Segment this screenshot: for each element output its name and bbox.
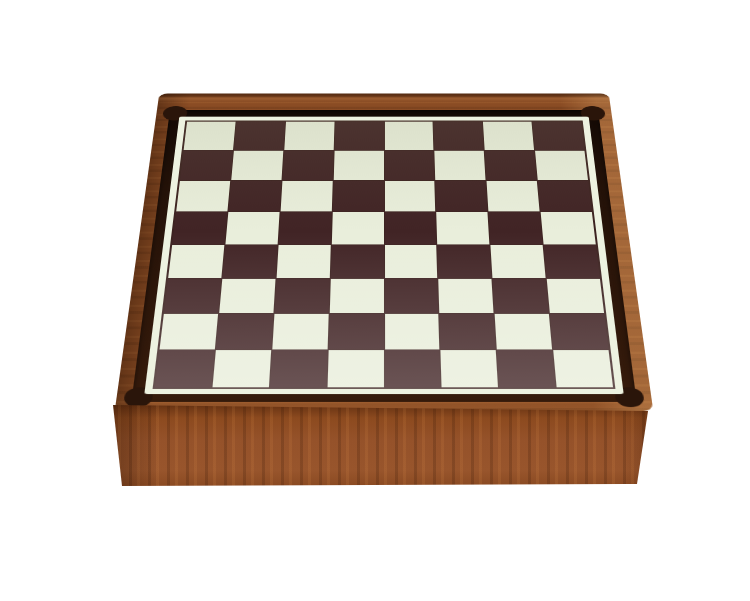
square-d2 [328, 314, 383, 350]
square-f1 [441, 350, 498, 387]
square-d1 [327, 350, 383, 387]
square-h3 [547, 279, 604, 313]
square-f8 [434, 122, 484, 151]
square-g1 [497, 350, 556, 387]
square-f3 [439, 279, 494, 313]
square-g4 [491, 245, 546, 278]
square-c2 [272, 314, 328, 350]
square-f5 [437, 212, 490, 244]
square-b3 [219, 279, 275, 313]
box-top-face [115, 94, 654, 412]
square-g8 [483, 122, 534, 151]
square-c1 [270, 350, 327, 387]
square-f4 [438, 245, 492, 278]
square-g7 [485, 151, 537, 181]
square-h4 [544, 245, 600, 278]
square-b1 [212, 350, 271, 387]
square-c8 [284, 122, 334, 151]
square-e4 [385, 245, 438, 278]
square-h6 [538, 181, 592, 212]
square-e6 [384, 181, 435, 212]
square-g5 [489, 212, 543, 244]
square-h8 [533, 122, 585, 151]
square-f7 [435, 151, 486, 181]
square-b6 [228, 181, 281, 212]
square-a8 [184, 122, 236, 151]
square-d7 [333, 151, 383, 181]
square-b2 [216, 314, 273, 350]
square-g6 [487, 181, 540, 212]
square-h1 [553, 350, 613, 387]
square-e8 [384, 122, 433, 151]
square-f2 [440, 314, 496, 350]
square-a3 [164, 279, 221, 313]
square-a2 [160, 314, 218, 350]
board-sheet [144, 117, 623, 395]
square-c5 [278, 212, 331, 244]
box-front-face [110, 400, 655, 490]
square-e7 [384, 151, 434, 181]
checkerboard [153, 120, 616, 388]
square-c3 [274, 279, 329, 313]
square-e2 [385, 314, 440, 350]
square-g2 [495, 314, 552, 350]
square-g3 [493, 279, 549, 313]
square-c7 [282, 151, 333, 181]
square-h7 [535, 151, 588, 181]
square-b8 [234, 122, 285, 151]
square-c4 [276, 245, 330, 278]
square-a7 [180, 151, 233, 181]
square-e5 [384, 212, 436, 244]
square-h5 [541, 212, 596, 244]
square-e3 [385, 279, 439, 313]
square-d8 [334, 122, 383, 151]
square-d5 [331, 212, 383, 244]
square-a5 [172, 212, 227, 244]
square-c6 [280, 181, 332, 212]
square-d4 [330, 245, 383, 278]
square-b5 [225, 212, 279, 244]
product-photo [0, 0, 750, 601]
square-a6 [176, 181, 230, 212]
square-b4 [222, 245, 277, 278]
square-b7 [231, 151, 283, 181]
square-d6 [332, 181, 383, 212]
square-a1 [155, 350, 215, 387]
square-f6 [436, 181, 488, 212]
square-d3 [329, 279, 383, 313]
square-a4 [168, 245, 224, 278]
square-e1 [385, 350, 441, 387]
square-h2 [550, 314, 608, 350]
